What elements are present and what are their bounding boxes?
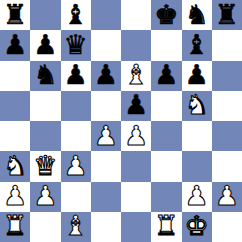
- square-h7[interactable]: [212, 30, 242, 60]
- square-g7[interactable]: ♝: [182, 30, 212, 60]
- white-pawn-piece[interactable]: ♟: [215, 182, 239, 209]
- white-pawn-piece[interactable]: ♟: [33, 182, 57, 209]
- square-b7[interactable]: ♟: [30, 30, 60, 60]
- square-g5[interactable]: ♞: [182, 91, 212, 121]
- black-pawn-piece[interactable]: ♟: [33, 31, 57, 58]
- square-d2[interactable]: [91, 182, 121, 212]
- square-f3[interactable]: [151, 151, 181, 181]
- square-a7[interactable]: ♟: [0, 30, 30, 60]
- square-d7[interactable]: [91, 30, 121, 60]
- square-g6[interactable]: ♟: [182, 61, 212, 91]
- black-pawn-piece[interactable]: ♟: [3, 31, 27, 58]
- black-pawn-piece[interactable]: ♟: [124, 91, 148, 118]
- square-h5[interactable]: [212, 91, 242, 121]
- square-g4[interactable]: [182, 121, 212, 151]
- white-queen-piece[interactable]: ♛: [33, 152, 57, 179]
- white-pawn-piece[interactable]: ♟: [94, 122, 118, 149]
- white-bishop-piece[interactable]: ♝: [64, 212, 88, 239]
- square-a6[interactable]: [0, 61, 30, 91]
- square-d1[interactable]: [91, 212, 121, 242]
- square-g3[interactable]: [182, 151, 212, 181]
- square-b8[interactable]: [30, 0, 60, 30]
- square-a5[interactable]: [0, 91, 30, 121]
- square-b4[interactable]: [30, 121, 60, 151]
- square-f6[interactable]: ♟: [151, 61, 181, 91]
- square-a4[interactable]: [0, 121, 30, 151]
- square-d5[interactable]: [91, 91, 121, 121]
- black-pawn-piece[interactable]: ♟: [64, 61, 88, 88]
- black-knight-piece[interactable]: ♞: [185, 1, 209, 28]
- white-pawn-piece[interactable]: ♟: [3, 182, 27, 209]
- square-g1[interactable]: ♚: [182, 212, 212, 242]
- square-b2[interactable]: ♟: [30, 182, 60, 212]
- square-f8[interactable]: ♚: [151, 0, 181, 30]
- black-bishop-piece[interactable]: ♝: [64, 1, 88, 28]
- square-e2[interactable]: [121, 182, 151, 212]
- square-c4[interactable]: [61, 121, 91, 151]
- square-f2[interactable]: [151, 182, 181, 212]
- square-e8[interactable]: [121, 0, 151, 30]
- square-b6[interactable]: ♞: [30, 61, 60, 91]
- square-f1[interactable]: ♜: [151, 212, 181, 242]
- square-d3[interactable]: [91, 151, 121, 181]
- square-e7[interactable]: [121, 30, 151, 60]
- square-b3[interactable]: ♛: [30, 151, 60, 181]
- square-f4[interactable]: [151, 121, 181, 151]
- square-f5[interactable]: [151, 91, 181, 121]
- black-pawn-piece[interactable]: ♟: [185, 61, 209, 88]
- square-e6[interactable]: ♝: [121, 61, 151, 91]
- square-a2[interactable]: ♟: [0, 182, 30, 212]
- white-pawn-piece[interactable]: ♟: [185, 182, 209, 209]
- black-knight-piece[interactable]: ♞: [33, 61, 57, 88]
- square-b5[interactable]: [30, 91, 60, 121]
- square-g2[interactable]: ♟: [182, 182, 212, 212]
- square-b1[interactable]: [30, 212, 60, 242]
- square-a3[interactable]: ♞: [0, 151, 30, 181]
- square-d8[interactable]: [91, 0, 121, 30]
- square-c8[interactable]: ♝: [61, 0, 91, 30]
- square-h4[interactable]: [212, 121, 242, 151]
- square-h3[interactable]: [212, 151, 242, 181]
- square-e1[interactable]: [121, 212, 151, 242]
- square-c7[interactable]: ♛: [61, 30, 91, 60]
- square-c3[interactable]: ♟: [61, 151, 91, 181]
- square-a8[interactable]: ♜: [0, 0, 30, 30]
- white-knight-piece[interactable]: ♞: [3, 152, 27, 179]
- white-bishop-piece[interactable]: ♝: [124, 61, 148, 88]
- black-pawn-piece[interactable]: ♟: [94, 61, 118, 88]
- square-d4[interactable]: ♟: [91, 121, 121, 151]
- square-c2[interactable]: [61, 182, 91, 212]
- white-pawn-piece[interactable]: ♟: [124, 122, 148, 149]
- square-g8[interactable]: ♞: [182, 0, 212, 30]
- white-king-piece[interactable]: ♚: [185, 212, 209, 239]
- black-bishop-piece[interactable]: ♝: [185, 31, 209, 58]
- square-a1[interactable]: ♜: [0, 212, 30, 242]
- black-queen-piece[interactable]: ♛: [64, 31, 88, 58]
- square-h2[interactable]: ♟: [212, 182, 242, 212]
- square-h8[interactable]: ♜: [212, 0, 242, 30]
- white-rook-piece[interactable]: ♜: [154, 212, 178, 239]
- square-f7[interactable]: [151, 30, 181, 60]
- square-c6[interactable]: ♟: [61, 61, 91, 91]
- black-king-piece[interactable]: ♚: [154, 1, 178, 28]
- square-e4[interactable]: ♟: [121, 121, 151, 151]
- white-rook-piece[interactable]: ♜: [3, 212, 27, 239]
- square-c5[interactable]: [61, 91, 91, 121]
- square-e3[interactable]: [121, 151, 151, 181]
- black-pawn-piece[interactable]: ♟: [154, 61, 178, 88]
- square-h6[interactable]: [212, 61, 242, 91]
- square-e5[interactable]: ♟: [121, 91, 151, 121]
- square-c1[interactable]: ♝: [61, 212, 91, 242]
- chess-board: ♜♝♚♞♜♟♟♛♝♞♟♟♝♟♟♟♞♟♟♞♛♟♟♟♟♟♜♝♜♚: [0, 0, 242, 242]
- white-knight-piece[interactable]: ♞: [185, 91, 209, 118]
- square-d6[interactable]: ♟: [91, 61, 121, 91]
- square-h1[interactable]: [212, 212, 242, 242]
- black-rook-piece[interactable]: ♜: [215, 1, 239, 28]
- black-rook-piece[interactable]: ♜: [3, 1, 27, 28]
- white-pawn-piece[interactable]: ♟: [64, 152, 88, 179]
